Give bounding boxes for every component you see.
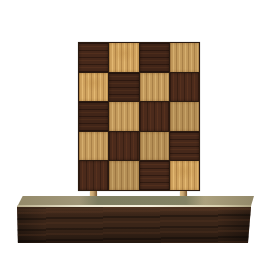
board-cell (170, 73, 199, 102)
board-cell (140, 43, 169, 72)
board-cell (109, 132, 138, 161)
board-cell (109, 43, 138, 72)
board-cell (109, 102, 138, 131)
board-cell (140, 73, 169, 102)
board-cell (109, 73, 138, 102)
checkerboard-grid (78, 42, 200, 191)
board-cell (79, 73, 108, 102)
board-cell (170, 132, 199, 161)
board-cell (170, 102, 199, 131)
board-cell (170, 43, 199, 72)
board-cell (140, 102, 169, 131)
plinth-front-face (17, 207, 251, 243)
product-photo (0, 0, 275, 275)
board-cell (79, 43, 108, 72)
plinth-front-edge-highlight (17, 205, 254, 207)
board-cell (170, 161, 199, 190)
board-cell (140, 132, 169, 161)
board-cell (79, 102, 108, 131)
plinth-top-surface (17, 196, 254, 207)
board-cell (79, 132, 108, 161)
board-cell (109, 161, 138, 190)
board-cell (79, 161, 108, 190)
board-cell (140, 161, 169, 190)
